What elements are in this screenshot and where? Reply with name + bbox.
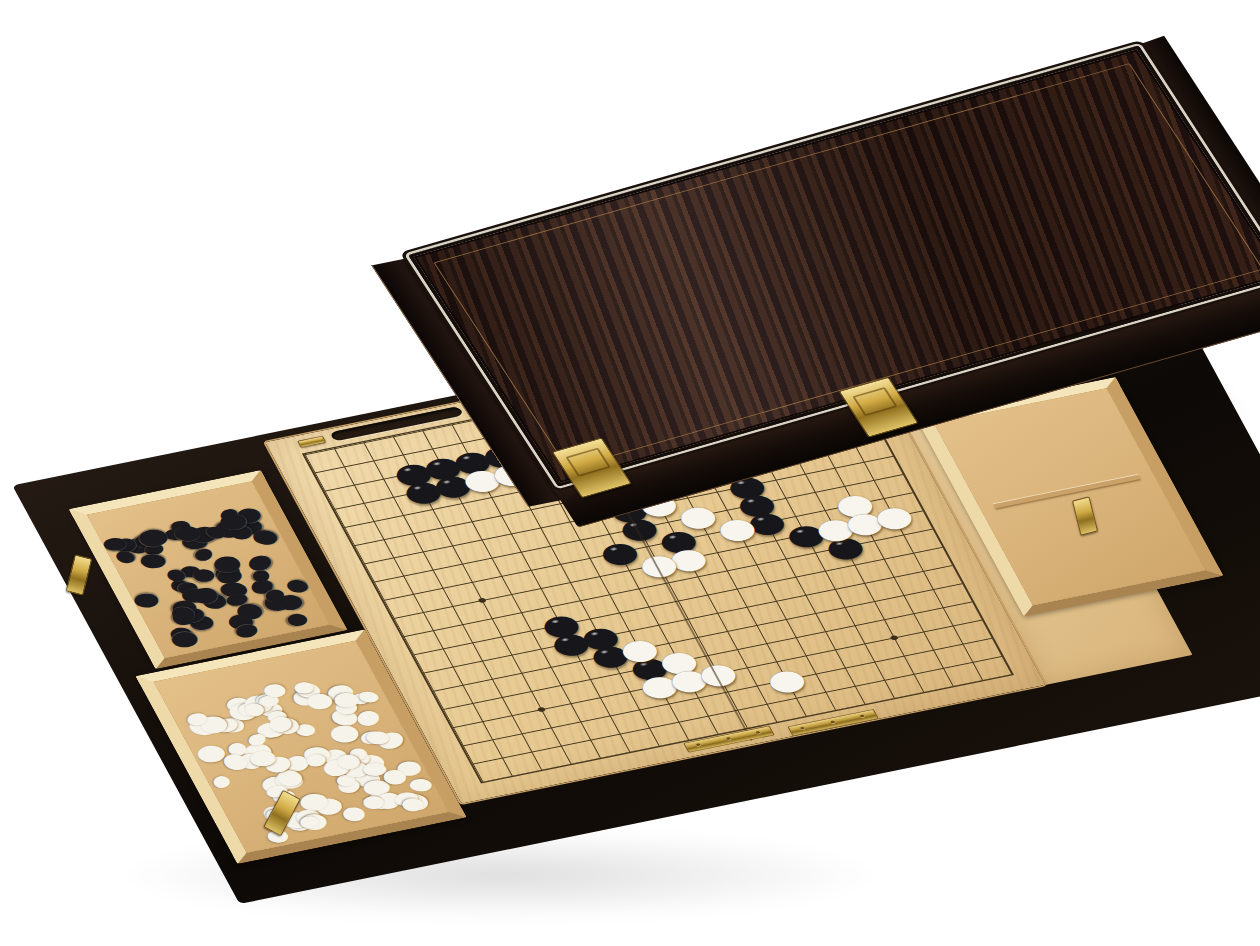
tray-stone-black: ● — [185, 585, 221, 606]
go-stone-white: ● — [766, 668, 805, 692]
tray-stone-white: ● — [293, 679, 316, 694]
tray-stone-white: ● — [211, 775, 234, 790]
go-stone-white: ● — [873, 504, 912, 528]
tray-stone-white: ● — [298, 814, 326, 830]
tray-stone-black: ● — [133, 592, 160, 611]
top-brass-hinge-icon — [297, 436, 326, 448]
star-point — [478, 598, 487, 604]
product-photo-go-set: ●●●●●●●●●●●●●●●●●●●●●●●●●●●●●●●●●●●●●●●●… — [0, 0, 1260, 946]
go-stone-white: ● — [638, 552, 677, 576]
tray-stone-white: ● — [261, 713, 296, 734]
go-stone-white: ● — [698, 661, 737, 685]
star-point — [537, 707, 546, 713]
tray-stone-black: ● — [167, 629, 202, 652]
right-tray-divider — [993, 475, 1140, 509]
tray-stone-black: ● — [282, 610, 314, 629]
tray-stone-white: ● — [237, 701, 266, 718]
tray-stone-black: ● — [101, 534, 130, 552]
tray-stone-white: ● — [245, 746, 279, 769]
star-point — [890, 635, 899, 641]
go-stone-white: ● — [717, 516, 756, 540]
tray-stone-black: ● — [137, 552, 169, 573]
